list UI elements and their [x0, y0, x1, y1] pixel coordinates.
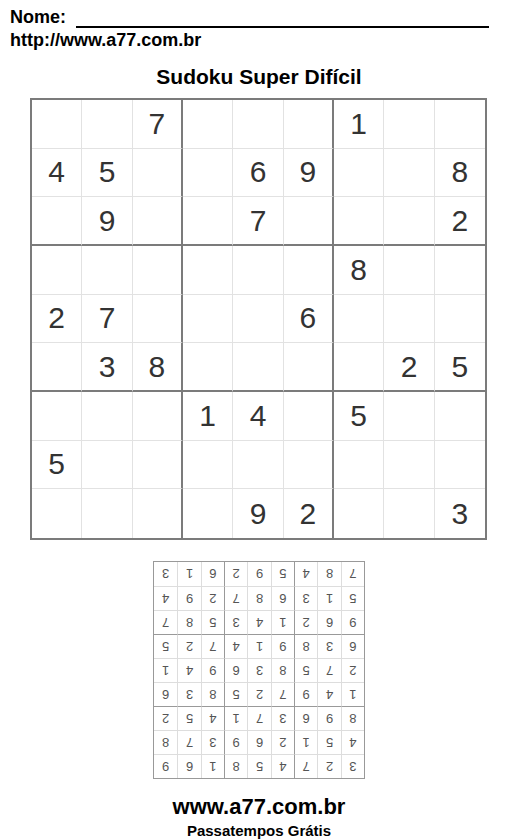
sudoku-grid-cell-r1c9: [435, 100, 485, 149]
sudoku-grid-cell-r3c4: [183, 197, 233, 246]
solution-grid-cell-r5c6: 6: [224, 658, 247, 682]
sudoku-grid-cell-r2c7: [334, 149, 384, 198]
sudoku-grid-cell-r6c8: 2: [384, 343, 434, 392]
sudoku-grid-cell-r3c5: 7: [233, 197, 283, 246]
solution-grid-cell-r4c4: 7: [271, 682, 294, 706]
solution-grid-cell-r2c5: 6: [247, 730, 270, 754]
sudoku-grid-cell-r7c5: 4: [233, 392, 283, 441]
sudoku-grid-cell-r4c1: [32, 246, 82, 295]
solution-grid-cell-r6c7: 7: [201, 634, 224, 658]
solution-grid-cell-r6c2: 3: [317, 634, 340, 658]
sudoku-grid-cell-r6c4: [183, 343, 233, 392]
sudoku-grid-cell-r1c5: [233, 100, 283, 149]
solution-grid-cell-r7c3: 2: [294, 610, 317, 634]
sudoku-grid-cell-r4c7: 8: [334, 246, 384, 295]
sudoku-grid-cell-r7c2: [82, 392, 132, 441]
solution-grid-cell-r9c7: 6: [201, 562, 224, 586]
sudoku-grid-cell-r9c7: [334, 489, 384, 538]
sudoku-grid-cell-r9c9: 3: [435, 489, 485, 538]
sudoku-grid-cell-r4c8: [384, 246, 434, 295]
solution-grid-cell-r9c1: 7: [341, 562, 364, 586]
solution-grid-cell-r4c1: 1: [341, 682, 364, 706]
solution-grid-cell-r1c2: 2: [317, 754, 340, 778]
solution-grid-cell-r1c1: 3: [341, 754, 364, 778]
sudoku-grid-cell-r6c2: 3: [82, 343, 132, 392]
page-header: Nome: http://www.a77.com.br: [0, 0, 518, 51]
solution-grid-cell-r6c9: 5: [154, 634, 177, 658]
solution-grid-cell-r5c9: 1: [154, 658, 177, 682]
solution-grid-cell-r8c5: 8: [247, 586, 270, 610]
sudoku-grid-cell-r8c5: [233, 441, 283, 490]
solution-grid-cell-r3c9: 2: [154, 706, 177, 730]
solution-grid-cell-r5c3: 5: [294, 658, 317, 682]
sudoku-grid-cell-r5c3: [133, 295, 183, 344]
solution-grid-cell-r2c2: 5: [317, 730, 340, 754]
sudoku-grid-cell-r7c7: 5: [334, 392, 384, 441]
solution-grid-cell-r7c7: 5: [201, 610, 224, 634]
sudoku-grid-cell-r4c4: [183, 246, 233, 295]
sudoku-grid-cell-r3c7: [334, 197, 384, 246]
solution-grid-cell-r5c4: 8: [271, 658, 294, 682]
sudoku-grid-cell-r1c7: 1: [334, 100, 384, 149]
solution-grid-cell-r2c6: 9: [224, 730, 247, 754]
solution-grid-cell-r3c1: 8: [341, 706, 364, 730]
solution-grid-cell-r5c1: 2: [341, 658, 364, 682]
footer-site: www.a77.com.br: [0, 794, 518, 820]
sudoku-grid-cell-r6c5: [233, 343, 283, 392]
sudoku-grid-cell-r5c5: [233, 295, 283, 344]
solution-grid-cell-r8c6: 7: [224, 586, 247, 610]
solution-grid-cell-r5c7: 9: [201, 658, 224, 682]
sudoku-grid-cell-r5c2: 7: [82, 295, 132, 344]
sudoku-grid-cell-r9c3: [133, 489, 183, 538]
solution-grid-cell-r2c8: 7: [177, 730, 200, 754]
sudoku-grid-cell-r5c4: [183, 295, 233, 344]
sudoku-grid-cell-r6c6: [284, 343, 334, 392]
sudoku-grid-cell-r1c6: [284, 100, 334, 149]
solution-grid-cell-r6c6: 4: [224, 634, 247, 658]
sudoku-grid-cell-r5c7: [334, 295, 384, 344]
solution-grid-cell-r5c8: 4: [177, 658, 200, 682]
sudoku-grid-cell-r3c6: [284, 197, 334, 246]
sudoku-grid-cell-r8c7: [334, 441, 384, 490]
solution-grid-cell-r7c1: 9: [341, 610, 364, 634]
solution-grid-cell-r1c8: 6: [177, 754, 200, 778]
solution-grid-cell-r6c3: 8: [294, 634, 317, 658]
sudoku-grid-cell-r9c4: [183, 489, 233, 538]
sudoku-grid-cell-r5c9: [435, 295, 485, 344]
solution-grid-cell-r1c3: 7: [294, 754, 317, 778]
sudoku-grid-cell-r9c2: [82, 489, 132, 538]
sudoku-grid-cell-r2c4: [183, 149, 233, 198]
solution-grid-cell-r3c2: 9: [317, 706, 340, 730]
sudoku-grid-cell-r3c9: 2: [435, 197, 485, 246]
sudoku-grid-cell-r6c1: [32, 343, 82, 392]
solution-grid-cell-r6c5: 1: [247, 634, 270, 658]
solution-grid-cell-r1c7: 1: [201, 754, 224, 778]
sudoku-grid-cell-r2c9: 8: [435, 149, 485, 198]
sudoku-grid-cell-r8c3: [133, 441, 183, 490]
sudoku-grid-cell-r5c8: [384, 295, 434, 344]
solution-grid-cell-r1c6: 8: [224, 754, 247, 778]
sudoku-grid-cell-r4c6: [284, 246, 334, 295]
sudoku-grid-cell-r7c8: [384, 392, 434, 441]
solution-grid-cell-r8c2: 1: [317, 586, 340, 610]
sudoku-grid-cell-r2c2: 5: [82, 149, 132, 198]
solution-grid-cell-r4c2: 4: [317, 682, 340, 706]
solution-grid-cell-r7c5: 4: [247, 610, 270, 634]
sudoku-grid-cell-r7c9: [435, 392, 485, 441]
sudoku-grid-cell-r7c3: [133, 392, 183, 441]
solution-grid-cell-r8c9: 4: [154, 586, 177, 610]
solution-grid-cell-r7c6: 3: [224, 610, 247, 634]
solution-grid-cell-r3c5: 7: [247, 706, 270, 730]
solution-grid-cell-r2c9: 8: [154, 730, 177, 754]
solution-grid-cell-r1c9: 9: [154, 754, 177, 778]
solution-grid-cell-r5c5: 3: [247, 658, 270, 682]
sudoku-grid-cell-r7c1: [32, 392, 82, 441]
solution-grid-cell-r3c7: 4: [201, 706, 224, 730]
solution-grid-cell-r8c3: 3: [294, 586, 317, 610]
solution-grid-cell-r7c4: 1: [271, 610, 294, 634]
sudoku-grid-cell-r4c2: [82, 246, 132, 295]
sudoku-grid-cell-r8c2: [82, 441, 132, 490]
sudoku-grid-cell-r1c2: [82, 100, 132, 149]
solution-grid-cell-r7c8: 8: [177, 610, 200, 634]
sudoku-grid-cell-r8c1: 5: [32, 441, 82, 490]
sudoku-grid-cell-r1c3: 7: [133, 100, 183, 149]
solution-grid-cell-r4c7: 8: [201, 682, 224, 706]
solution-grid-cell-r5c2: 7: [317, 658, 340, 682]
sudoku-grid-cell-r8c9: [435, 441, 485, 490]
solution-grid: 3274581694512693788963714521497258362758…: [153, 561, 365, 779]
sudoku-grid-cell-r3c3: [133, 197, 183, 246]
solution-grid-cell-r4c6: 5: [224, 682, 247, 706]
sudoku-grid-cell-r6c7: [334, 343, 384, 392]
solution-grid-cell-r4c9: 6: [154, 682, 177, 706]
sudoku-grid-cell-r9c8: [384, 489, 434, 538]
sudoku-grid-cell-r8c6: [284, 441, 334, 490]
sudoku-grid-cell-r8c8: [384, 441, 434, 490]
sudoku-grid-cell-r8c4: [183, 441, 233, 490]
solution-grid-cell-r3c8: 5: [177, 706, 200, 730]
sudoku-grid-cell-r2c8: [384, 149, 434, 198]
solution-grid-cell-r2c3: 1: [294, 730, 317, 754]
solution-grid-cell-r6c1: 6: [341, 634, 364, 658]
sudoku-grid-cell-r7c6: [284, 392, 334, 441]
sudoku-grid: 7145698972827638251455923: [30, 98, 487, 540]
solution-grid-cell-r4c8: 3: [177, 682, 200, 706]
name-label: Nome:: [10, 7, 66, 28]
sudoku-grid-cell-r7c4: 1: [183, 392, 233, 441]
sudoku-grid-cell-r3c8: [384, 197, 434, 246]
solution-grid-cell-r2c1: 4: [341, 730, 364, 754]
solution-grid-cell-r7c9: 7: [154, 610, 177, 634]
solution-grid-cell-r9c2: 8: [317, 562, 340, 586]
sudoku-grid-cell-r3c1: [32, 197, 82, 246]
solution-grid-cell-r4c3: 9: [294, 682, 317, 706]
solution-grid-cell-r3c3: 6: [294, 706, 317, 730]
sudoku-grid-cell-r1c4: [183, 100, 233, 149]
footer-tagline: Passatempos Grátis: [0, 822, 518, 839]
solution-grid-cell-r9c5: 9: [247, 562, 270, 586]
sudoku-grid-cell-r6c9: 5: [435, 343, 485, 392]
solution-grid-cell-r3c4: 3: [271, 706, 294, 730]
solution-grid-cell-r9c4: 5: [271, 562, 294, 586]
sudoku-grid-cell-r6c3: 8: [133, 343, 183, 392]
solution-grid-cell-r9c8: 1: [177, 562, 200, 586]
sudoku-grid-cell-r9c5: 9: [233, 489, 283, 538]
name-row: Nome:: [10, 5, 508, 28]
sudoku-grid-cell-r2c6: 9: [284, 149, 334, 198]
solution-grid-cell-r1c5: 5: [247, 754, 270, 778]
sudoku-grid-cell-r4c5: [233, 246, 283, 295]
solution-grid-cell-r9c3: 4: [294, 562, 317, 586]
solution-grid-cell-r2c7: 3: [201, 730, 224, 754]
sudoku-grid-cell-r2c1: 4: [32, 149, 82, 198]
solution-grid-cell-r7c2: 6: [317, 610, 340, 634]
site-url-text: http://www.a77.com.br: [10, 30, 508, 51]
sudoku-grid-cell-r5c6: 6: [284, 295, 334, 344]
sudoku-grid-cell-r5c1: 2: [32, 295, 82, 344]
sudoku-grid-cell-r4c3: [133, 246, 183, 295]
sudoku-grid-cell-r3c2: 9: [82, 197, 132, 246]
solution-grid-cell-r3c6: 1: [224, 706, 247, 730]
sudoku-grid-cell-r4c9: [435, 246, 485, 295]
page-footer: www.a77.com.br Passatempos Grátis: [0, 794, 518, 839]
solution-grid-cell-r9c6: 2: [224, 562, 247, 586]
sudoku-grid-cell-r9c6: 2: [284, 489, 334, 538]
solution-grid-cell-r4c5: 2: [247, 682, 270, 706]
solution-grid-cell-r6c8: 2: [177, 634, 200, 658]
sudoku-grid-cell-r2c3: [133, 149, 183, 198]
solution-grid-cell-r8c8: 9: [177, 586, 200, 610]
solution-grid-cell-r8c7: 2: [201, 586, 224, 610]
sudoku-grid-cell-r9c1: [32, 489, 82, 538]
solution-grid-cell-r8c4: 6: [271, 586, 294, 610]
solution-grid-cell-r1c4: 4: [271, 754, 294, 778]
solution-grid-cell-r9c9: 3: [154, 562, 177, 586]
solution-grid-cell-r8c1: 5: [341, 586, 364, 610]
sudoku-grid-cell-r1c8: [384, 100, 434, 149]
name-signature-line: [76, 7, 489, 28]
page-title: Sudoku Super Difícil: [0, 65, 518, 89]
sudoku-grid-cell-r2c5: 6: [233, 149, 283, 198]
solution-grid-cell-r2c4: 2: [271, 730, 294, 754]
solution-grid-cell-r6c4: 9: [271, 634, 294, 658]
sudoku-grid-cell-r1c1: [32, 100, 82, 149]
